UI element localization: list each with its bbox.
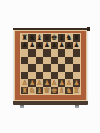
- black-pawn[interactable]: ♟: [59, 42, 65, 49]
- square[interactable]: ♛: [43, 87, 50, 95]
- black-pawn[interactable]: ♟: [29, 42, 35, 49]
- square[interactable]: [73, 49, 80, 57]
- white-rook[interactable]: ♜: [21, 86, 28, 94]
- square[interactable]: ♜: [73, 87, 80, 95]
- square[interactable]: ♟: [36, 42, 43, 50]
- black-pawn[interactable]: ♟: [73, 42, 79, 49]
- square[interactable]: [65, 57, 72, 65]
- square[interactable]: ♜: [21, 87, 28, 95]
- square[interactable]: [51, 64, 58, 72]
- square[interactable]: [36, 49, 43, 57]
- white-rook[interactable]: ♜: [73, 86, 80, 94]
- white-bishop[interactable]: ♝: [36, 86, 43, 94]
- black-pawn[interactable]: ♟: [22, 42, 28, 49]
- board-squares: ♜♞♝♛♚♝♞♜♟♟♟♟♟♟♟♟♟♟♟♟♟♟♟♟♜♞♝♛♚♝♞♜: [20, 33, 81, 95]
- square[interactable]: ♚: [51, 87, 58, 95]
- square[interactable]: [36, 57, 43, 65]
- square[interactable]: [65, 49, 72, 57]
- white-knight[interactable]: ♞: [29, 86, 36, 94]
- hinge-foot-right: [75, 105, 79, 108]
- square[interactable]: ♟: [43, 42, 50, 50]
- square[interactable]: ♟: [28, 42, 35, 50]
- square[interactable]: ♝: [36, 87, 43, 95]
- square[interactable]: [21, 57, 28, 65]
- chess-set-photo: ♜♞♝♛♚♝♞♜♟♟♟♟♟♟♟♟♟♟♟♟♟♟♟♟♜♞♝♛♚♝♞♜: [0, 0, 100, 133]
- square[interactable]: ♝: [58, 87, 65, 95]
- chess-board: ♜♞♝♛♚♝♞♜♟♟♟♟♟♟♟♟♟♟♟♟♟♟♟♟♜♞♝♛♚♝♞♜: [14, 30, 87, 101]
- square[interactable]: [36, 64, 43, 72]
- square[interactable]: [21, 49, 28, 57]
- square[interactable]: [73, 57, 80, 65]
- square[interactable]: [43, 64, 50, 72]
- black-pawn[interactable]: ♟: [66, 42, 72, 49]
- square[interactable]: ♟: [73, 42, 80, 50]
- square[interactable]: [58, 49, 65, 57]
- square[interactable]: [73, 64, 80, 72]
- square[interactable]: [51, 49, 58, 57]
- square[interactable]: ♞: [28, 87, 35, 95]
- white-king[interactable]: ♚: [51, 86, 58, 94]
- square[interactable]: [28, 57, 35, 65]
- black-pawn[interactable]: ♟: [37, 42, 43, 49]
- white-bishop[interactable]: ♝: [58, 86, 65, 94]
- square[interactable]: ♟: [21, 42, 28, 50]
- hinge-foot-left: [20, 105, 24, 108]
- white-queen[interactable]: ♛: [43, 86, 50, 94]
- square[interactable]: ♟: [58, 42, 65, 50]
- square[interactable]: ♞: [65, 87, 72, 95]
- square[interactable]: ♟: [51, 42, 58, 50]
- hinge-corner: [87, 27, 90, 31]
- square[interactable]: [28, 49, 35, 57]
- black-pawn[interactable]: ♟: [44, 42, 50, 49]
- square[interactable]: [28, 64, 35, 72]
- square[interactable]: [58, 57, 65, 65]
- square[interactable]: [43, 57, 50, 65]
- square[interactable]: ♟: [65, 42, 72, 50]
- square[interactable]: [43, 49, 50, 57]
- square[interactable]: [65, 64, 72, 72]
- square[interactable]: [51, 57, 58, 65]
- black-pawn[interactable]: ♟: [51, 42, 57, 49]
- square[interactable]: [58, 64, 65, 72]
- white-knight[interactable]: ♞: [66, 86, 73, 94]
- square[interactable]: [21, 64, 28, 72]
